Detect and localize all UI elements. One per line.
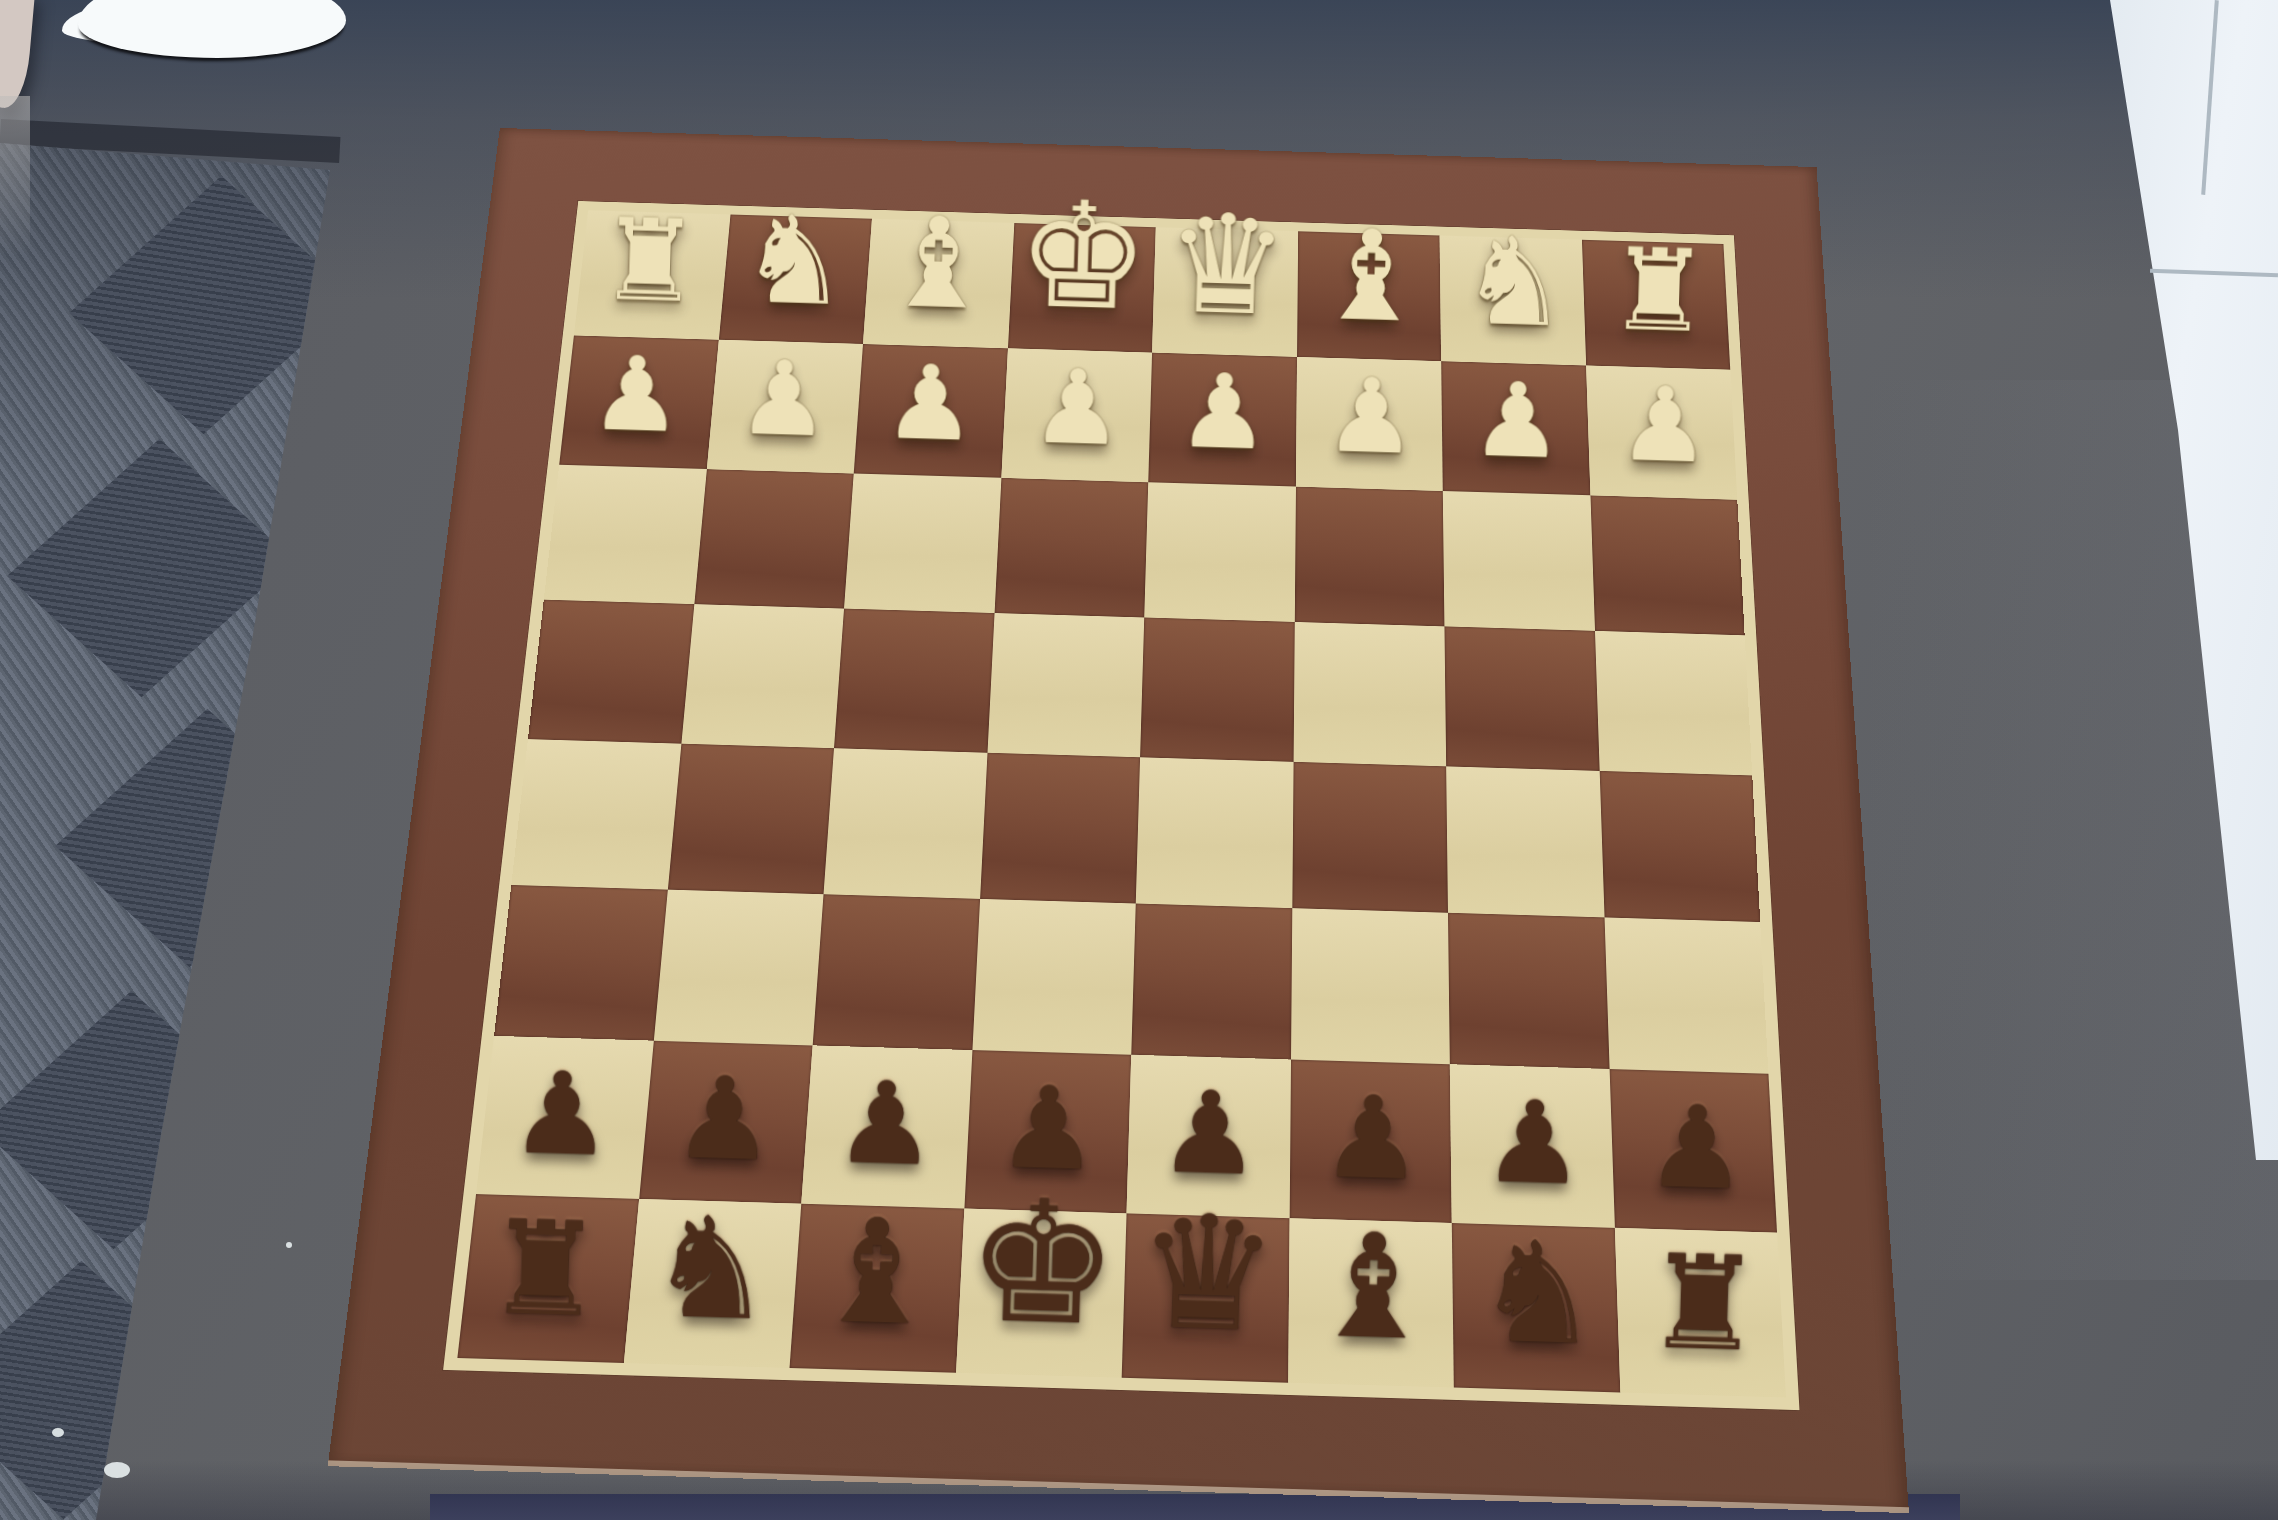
square-d8: ♛: [1122, 1213, 1290, 1383]
square-f2: ♟: [854, 344, 1008, 478]
leg-edge-object: [0, 0, 35, 110]
white-speck: [286, 1242, 292, 1248]
square-a5: [1599, 771, 1760, 922]
board-playing-field: ♜♞♝♚♛♝♞♜♟♟♟♟♟♟♟♟♟♟♟♟♟♟♟♟♜♞♝♚♛♝♞♜: [443, 201, 1799, 1410]
square-a3: [1590, 495, 1745, 635]
white-pawn-c2: ♟: [1323, 363, 1418, 469]
square-c1: ♝: [1297, 231, 1442, 361]
mat-dark-patch: [0, 991, 266, 1249]
black-pawn-b7: ♟: [1482, 1084, 1587, 1201]
square-h1: ♜: [574, 210, 730, 339]
square-g4: [681, 604, 844, 748]
white-rook-h1: ♜: [598, 203, 703, 319]
square-b6: [1448, 912, 1609, 1069]
white-pawn-d2: ♟: [1176, 359, 1271, 465]
square-a6: [1604, 917, 1768, 1074]
board-grid: ♜♞♝♚♛♝♞♜♟♟♟♟♟♟♟♟♟♟♟♟♟♟♟♟♜♞♝♚♛♝♞♜: [457, 210, 1786, 1397]
square-a2: ♟: [1586, 365, 1738, 500]
square-e6: [972, 898, 1136, 1054]
square-f7: ♟: [801, 1045, 972, 1208]
square-f4: [834, 608, 994, 753]
white-bishop-c1: ♝: [1313, 212, 1429, 340]
mat-dark-patch: [7, 439, 294, 697]
black-knight-b8: ♞: [1474, 1222, 1603, 1365]
square-d6: [1131, 903, 1292, 1059]
square-h3: [544, 465, 707, 604]
black-pawn-g7: ♟: [671, 1060, 776, 1177]
white-pawn-g2: ♟: [736, 346, 831, 452]
square-e4: [987, 613, 1144, 758]
square-h4: [528, 599, 694, 743]
square-a4: [1595, 630, 1753, 775]
square-d4: [1140, 617, 1294, 762]
square-c8: ♝: [1288, 1218, 1454, 1388]
white-bishop-f1: ♝: [881, 199, 997, 327]
square-g1: ♞: [718, 214, 872, 343]
square-c7: ♟: [1289, 1060, 1452, 1223]
square-e8: ♚: [956, 1208, 1127, 1378]
black-pawn-c7: ♟: [1320, 1079, 1425, 1196]
square-e2: ♟: [1001, 348, 1152, 482]
white-pawn-f2: ♟: [883, 350, 978, 456]
square-g3: [694, 469, 854, 608]
square-g2: ♟: [706, 339, 863, 473]
white-queen-d1: ♛: [1163, 195, 1290, 335]
white-knight-b1: ♞: [1459, 220, 1571, 345]
black-rook-a8: ♜: [1644, 1237, 1764, 1370]
square-h7: ♟: [476, 1036, 653, 1199]
square-e7: ♟: [964, 1050, 1131, 1213]
black-bishop-c8: ♝: [1306, 1213, 1439, 1360]
black-pawn-h7: ♟: [509, 1055, 614, 1172]
square-c3: [1294, 487, 1444, 626]
square-g5: [667, 744, 834, 894]
white-king-e1: ♚: [1015, 181, 1151, 332]
square-d3: [1144, 482, 1295, 621]
square-g6: [653, 889, 823, 1045]
square-d2: ♟: [1148, 352, 1296, 486]
black-king-e8: ♚: [964, 1177, 1120, 1350]
leg-soft-shadow: [0, 96, 30, 256]
square-b7: ♟: [1450, 1064, 1615, 1227]
mat-dark-patch: [55, 709, 342, 967]
white-rook-a1: ♜: [1606, 233, 1711, 349]
square-f1: ♝: [863, 219, 1014, 348]
square-c4: [1293, 622, 1446, 767]
square-b3: [1443, 491, 1595, 631]
square-f8: ♝: [790, 1203, 964, 1373]
white-pawn-b2: ♟: [1470, 368, 1565, 474]
square-h5: [511, 739, 681, 889]
square-e3: [994, 478, 1148, 617]
photo-scene: ♜♞♝♚♛♝♞♜♟♟♟♟♟♟♟♟♟♟♟♟♟♟♟♟♜♞♝♚♛♝♞♜: [0, 0, 2278, 1520]
square-a8: ♜: [1614, 1227, 1786, 1397]
square-e5: [980, 753, 1140, 903]
white-tile-floor: [2050, 0, 2278, 1180]
square-g7: ♟: [639, 1041, 813, 1204]
square-c2: ♟: [1296, 357, 1443, 491]
white-pawn-h2: ♟: [589, 342, 684, 448]
woven-mat: [0, 0, 360, 1520]
white-object: [78, 0, 346, 58]
black-pawn-f7: ♟: [833, 1065, 938, 1182]
square-f5: [824, 748, 987, 898]
white-pawn-a2: ♟: [1617, 372, 1712, 478]
white-speck: [52, 1428, 64, 1437]
black-bishop-f8: ♝: [810, 1198, 943, 1345]
black-pawn-a7: ♟: [1644, 1089, 1749, 1206]
square-d1: ♛: [1152, 227, 1298, 356]
white-pawn-e2: ♟: [1029, 355, 1124, 461]
square-d7: ♟: [1127, 1055, 1291, 1218]
square-b2: ♟: [1441, 361, 1590, 495]
square-h2: ♟: [559, 335, 718, 469]
square-b5: [1446, 766, 1604, 917]
black-pawn-d7: ♟: [1157, 1075, 1262, 1192]
black-pawn-e7: ♟: [995, 1070, 1100, 1187]
black-rook-h8: ♜: [485, 1202, 605, 1335]
square-e1: ♚: [1008, 223, 1156, 352]
square-b8: ♞: [1452, 1223, 1620, 1393]
square-c6: [1291, 908, 1450, 1065]
mat-dark-patch: [69, 176, 356, 434]
square-b4: [1444, 626, 1599, 771]
chessboard: ♜♞♝♚♛♝♞♜♟♟♟♟♟♟♟♟♟♟♟♟♟♟♟♟♜♞♝♚♛♝♞♜: [328, 128, 1909, 1513]
white-knight-g1: ♞: [738, 198, 850, 323]
square-g8: ♞: [623, 1198, 801, 1367]
square-f3: [844, 473, 1001, 612]
black-queen-d8: ♛: [1135, 1194, 1281, 1355]
square-a7: ♟: [1609, 1069, 1777, 1232]
square-d5: [1136, 757, 1293, 907]
mat-dark-patch: [0, 1261, 216, 1519]
square-f6: [813, 894, 980, 1050]
black-knight-g8: ♞: [646, 1197, 775, 1340]
square-a1: ♜: [1582, 240, 1731, 370]
square-h6: [494, 885, 667, 1041]
square-h8: ♜: [457, 1194, 638, 1363]
white-speck: [104, 1462, 130, 1478]
square-b1: ♞: [1440, 236, 1586, 366]
square-c5: [1292, 762, 1448, 913]
chessboard-wrapper: ♜♞♝♚♛♝♞♜♟♟♟♟♟♟♟♟♟♟♟♟♟♟♟♟♜♞♝♚♛♝♞♜: [328, 0, 1959, 1513]
